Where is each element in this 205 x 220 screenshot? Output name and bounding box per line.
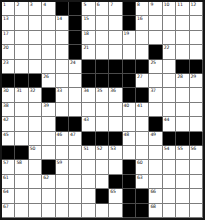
cell-r9c15[interactable] [190, 117, 203, 131]
clue-number-23: 23 [3, 60, 8, 65]
clue-number-61: 61 [3, 175, 8, 180]
cell-r2c13[interactable] [163, 16, 176, 30]
clue-number-62: 62 [43, 175, 48, 180]
cell-r12c15[interactable] [190, 160, 203, 174]
clue-number-65: 65 [110, 189, 115, 194]
cell-r15c6[interactable] [69, 204, 82, 218]
clue-number-52: 52 [97, 146, 102, 151]
cell-r8c4[interactable]: 39 [42, 103, 55, 117]
clue-number-58: 58 [16, 160, 21, 165]
cell-r11c14[interactable]: 55 [176, 146, 189, 160]
clue-number-10: 10 [164, 2, 169, 7]
clue-number-34: 34 [83, 88, 88, 93]
cell-r14c12[interactable]: 66 [149, 189, 162, 203]
black-square-r11c2 [15, 146, 28, 160]
cell-r14c14[interactable] [176, 189, 189, 203]
cell-r9c14[interactable] [176, 117, 189, 131]
cell-r8c13[interactable] [163, 103, 176, 117]
cell-r7c5[interactable]: 33 [56, 88, 69, 102]
cell-r1c9[interactable]: 7 [109, 2, 122, 16]
cell-r14c1[interactable]: 64 [2, 189, 15, 203]
cell-r13c15[interactable] [190, 175, 203, 189]
clue-number-11: 11 [177, 2, 182, 7]
black-square-r4c6 [69, 45, 82, 59]
cell-r6c12[interactable] [149, 74, 162, 88]
cell-r1c3[interactable]: 3 [29, 2, 42, 16]
clue-number-12: 12 [191, 2, 196, 7]
cell-r6c11[interactable]: 27 [136, 74, 149, 88]
cell-r13c13[interactable] [163, 175, 176, 189]
cell-r4c14[interactable] [176, 45, 189, 59]
black-square-r12c10 [123, 160, 136, 174]
black-square-r5c14 [176, 60, 189, 74]
cell-r13c11[interactable]: 63 [136, 175, 149, 189]
cell-r14c15[interactable] [190, 189, 203, 203]
crossword-puzzle: 1234567891011121314151617181920212223242… [0, 0, 205, 220]
cell-r11c7[interactable]: 51 [82, 146, 95, 160]
cell-r1c8[interactable]: 6 [96, 2, 109, 16]
clue-number-7: 7 [110, 2, 113, 7]
cell-r13c2[interactable] [15, 175, 28, 189]
clue-number-25: 25 [150, 60, 155, 65]
black-square-r6c9 [109, 74, 122, 88]
cell-r13c6[interactable] [69, 175, 82, 189]
cell-r10c12[interactable]: 49 [149, 132, 162, 146]
cell-r7c2[interactable]: 31 [15, 88, 28, 102]
black-square-r2c6 [69, 16, 82, 30]
cell-r1c7[interactable]: 5 [82, 2, 95, 16]
clue-number-26: 26 [43, 74, 48, 79]
cell-r3c7[interactable]: 18 [82, 31, 95, 45]
cell-r13c4[interactable]: 62 [42, 175, 55, 189]
cell-r1c4[interactable]: 4 [42, 2, 55, 16]
cell-r8c6[interactable] [69, 103, 82, 117]
black-square-r5c8 [96, 60, 109, 74]
cell-r3c13[interactable] [163, 31, 176, 45]
cell-r4c2[interactable] [15, 45, 28, 59]
clue-number-15: 15 [83, 16, 88, 21]
cell-r4c4[interactable] [42, 45, 55, 59]
cell-r6c14[interactable]: 28 [176, 74, 189, 88]
clue-number-31: 31 [16, 88, 21, 93]
clue-number-29: 29 [191, 74, 196, 79]
black-square-r5c10 [123, 60, 136, 74]
black-square-r13c10 [123, 175, 136, 189]
black-square-r6c1 [2, 74, 15, 88]
cell-r3c15[interactable] [190, 31, 203, 45]
cell-r2c8[interactable] [96, 16, 109, 30]
black-square-r10c15 [190, 132, 203, 146]
cell-r11c4[interactable] [42, 146, 55, 160]
clue-number-1: 1 [3, 2, 6, 7]
clue-number-68: 68 [150, 204, 155, 209]
black-square-r9c6 [69, 117, 82, 131]
cell-r11c3[interactable]: 50 [29, 146, 42, 160]
black-square-r15c11 [136, 204, 149, 218]
cell-r15c15[interactable] [190, 204, 203, 218]
clue-number-22: 22 [164, 45, 169, 50]
cell-r8c12[interactable] [149, 103, 162, 117]
cell-r8c5[interactable] [56, 103, 69, 117]
black-square-r2c10 [123, 16, 136, 30]
clue-number-8: 8 [137, 2, 140, 7]
cell-r9c11[interactable] [136, 117, 149, 131]
clue-number-41: 41 [137, 103, 142, 108]
cell-r8c15[interactable] [190, 103, 203, 117]
cell-r11c6[interactable] [69, 146, 82, 160]
cell-r15c4[interactable] [42, 204, 55, 218]
cell-r8c7[interactable] [82, 103, 95, 117]
cell-r2c3[interactable] [29, 16, 42, 30]
clue-number-13: 13 [3, 16, 8, 21]
cell-r15c12[interactable]: 68 [149, 204, 162, 218]
clue-number-5: 5 [83, 2, 86, 7]
cell-r5c6[interactable]: 24 [69, 60, 82, 74]
cell-r5c12[interactable]: 25 [149, 60, 162, 74]
black-square-r13c9 [109, 175, 122, 189]
cell-r6c5[interactable] [56, 74, 69, 88]
cell-r15c5[interactable] [56, 204, 69, 218]
cell-r3c4[interactable] [42, 31, 55, 45]
clue-number-59: 59 [57, 160, 62, 165]
cell-r5c1[interactable]: 23 [2, 60, 15, 74]
black-square-r12c4 [42, 160, 55, 174]
clue-number-54: 54 [164, 146, 169, 151]
cell-r12c6[interactable] [69, 160, 82, 174]
cell-r2c11[interactable]: 16 [136, 16, 149, 30]
cell-r11c5[interactable] [56, 146, 69, 160]
cell-r9c13[interactable]: 44 [163, 117, 176, 131]
cell-r15c2[interactable] [15, 204, 28, 218]
cell-r12c8[interactable] [96, 160, 109, 174]
cell-r15c3[interactable] [29, 204, 42, 218]
cell-r10c5[interactable]: 46 [56, 132, 69, 146]
cell-r14c6[interactable] [69, 189, 82, 203]
cell-r10c4[interactable] [42, 132, 55, 146]
cell-r1c13[interactable]: 10 [163, 2, 176, 16]
cell-r11c9[interactable]: 53 [109, 146, 122, 160]
cell-r13c8[interactable] [96, 175, 109, 189]
cell-r14c3[interactable] [29, 189, 42, 203]
cell-r3c12[interactable] [149, 31, 162, 45]
cell-r3c14[interactable] [176, 31, 189, 45]
clue-number-38: 38 [3, 103, 8, 108]
clue-number-9: 9 [150, 2, 153, 7]
clue-number-19: 19 [124, 31, 129, 36]
cell-r4c3[interactable] [29, 45, 42, 59]
clue-number-37: 37 [150, 88, 155, 93]
black-square-r1c10 [123, 2, 136, 16]
black-square-r5c15 [190, 60, 203, 74]
cell-r11c10[interactable] [123, 146, 136, 160]
clue-number-35: 35 [97, 88, 102, 93]
cell-r14c7[interactable] [82, 189, 95, 203]
black-square-r7c10 [123, 88, 136, 102]
clue-number-63: 63 [137, 175, 142, 180]
black-square-r9c12 [149, 117, 162, 131]
cell-r9c3[interactable] [29, 117, 42, 131]
cell-r12c2[interactable]: 58 [15, 160, 28, 174]
cell-r2c9[interactable] [109, 16, 122, 30]
clue-number-67: 67 [3, 204, 8, 209]
cell-r15c1[interactable]: 67 [2, 204, 15, 218]
clue-number-36: 36 [110, 88, 115, 93]
cell-r1c15[interactable]: 12 [190, 2, 203, 16]
cell-r8c14[interactable] [176, 103, 189, 117]
cell-r6c15[interactable]: 29 [190, 74, 203, 88]
cell-r13c14[interactable] [176, 175, 189, 189]
cell-r6c6[interactable] [69, 74, 82, 88]
black-square-r6c8 [96, 74, 109, 88]
cell-r2c4[interactable] [42, 16, 55, 30]
cell-r2c2[interactable] [15, 16, 28, 30]
cell-r6c4[interactable]: 26 [42, 74, 55, 88]
clue-number-32: 32 [30, 88, 35, 93]
black-square-r11c1 [2, 146, 15, 160]
cell-r10c2[interactable] [15, 132, 28, 146]
clue-number-33: 33 [57, 88, 62, 93]
cell-r3c11[interactable] [136, 31, 149, 45]
cell-r1c14[interactable]: 11 [176, 2, 189, 16]
cell-r7c3[interactable]: 32 [29, 88, 42, 102]
cell-r10c1[interactable]: 45 [2, 132, 15, 146]
cell-r15c7[interactable] [82, 204, 95, 218]
clue-number-21: 21 [83, 45, 88, 50]
cell-r4c13[interactable]: 22 [163, 45, 176, 59]
cell-r15c14[interactable] [176, 204, 189, 218]
cell-r9c9[interactable] [109, 117, 122, 131]
clue-number-30: 30 [3, 88, 8, 93]
cell-r11c15[interactable]: 56 [190, 146, 203, 160]
cell-r2c15[interactable] [190, 16, 203, 30]
clue-number-18: 18 [83, 31, 88, 36]
cell-r4c7[interactable]: 21 [82, 45, 95, 59]
clue-number-3: 3 [30, 2, 33, 7]
black-square-r14c10 [123, 189, 136, 203]
cell-r7c1[interactable]: 30 [2, 88, 15, 102]
clue-number-4: 4 [43, 2, 46, 7]
black-square-r6c3 [29, 74, 42, 88]
clue-number-42: 42 [3, 117, 8, 122]
cell-r9c2[interactable] [15, 117, 28, 131]
cell-r5c3[interactable] [29, 60, 42, 74]
clue-number-55: 55 [177, 146, 182, 151]
clue-number-27: 27 [137, 74, 142, 79]
cell-r4c8[interactable] [96, 45, 109, 59]
cell-r7c15[interactable] [190, 88, 203, 102]
black-square-r14c8 [96, 189, 109, 203]
cell-r8c2[interactable] [15, 103, 28, 117]
clue-number-60: 60 [137, 160, 142, 165]
black-square-r10c14 [176, 132, 189, 146]
cell-r15c8[interactable] [96, 204, 109, 218]
clue-number-64: 64 [3, 189, 8, 194]
clue-number-45: 45 [3, 132, 8, 137]
clue-number-53: 53 [110, 146, 115, 151]
clue-number-24: 24 [70, 60, 75, 65]
clue-number-39: 39 [43, 103, 48, 108]
clue-number-2: 2 [16, 2, 19, 7]
cell-r3c8[interactable] [96, 31, 109, 45]
cell-r4c5[interactable] [56, 45, 69, 59]
black-square-r10c8 [96, 132, 109, 146]
cell-r3c2[interactable] [15, 31, 28, 45]
cell-r8c3[interactable] [29, 103, 42, 117]
black-square-r7c4 [42, 88, 55, 102]
cell-r14c13[interactable] [163, 189, 176, 203]
clue-number-44: 44 [164, 117, 169, 122]
black-square-r10c7 [82, 132, 95, 146]
clue-number-43: 43 [83, 117, 88, 122]
cell-r1c11[interactable]: 8 [136, 2, 149, 16]
cell-r12c11[interactable]: 60 [136, 160, 149, 174]
clue-number-47: 47 [70, 132, 75, 137]
cell-r4c9[interactable] [109, 45, 122, 59]
black-square-r10c13 [163, 132, 176, 146]
clue-number-17: 17 [3, 31, 8, 36]
cell-r4c1[interactable]: 20 [2, 45, 15, 59]
clue-number-28: 28 [177, 74, 182, 79]
cell-r13c3[interactable] [29, 175, 42, 189]
cell-r12c14[interactable] [176, 160, 189, 174]
black-square-r9c5 [56, 117, 69, 131]
cell-r3c5[interactable] [56, 31, 69, 45]
cell-r10c6[interactable]: 47 [69, 132, 82, 146]
cell-r3c3[interactable] [29, 31, 42, 45]
cell-r11c11[interactable] [136, 146, 149, 160]
clue-number-14: 14 [57, 16, 62, 21]
black-square-r5c9 [109, 60, 122, 74]
cell-r1c12[interactable]: 9 [149, 2, 162, 16]
cell-r12c7[interactable] [82, 160, 95, 174]
cell-r7c7[interactable]: 34 [82, 88, 95, 102]
cell-r7c13[interactable] [163, 88, 176, 102]
cell-r10c3[interactable] [29, 132, 42, 146]
cell-r5c5[interactable] [56, 60, 69, 74]
cell-r5c13[interactable] [163, 60, 176, 74]
cell-r13c1[interactable]: 61 [2, 175, 15, 189]
cell-r2c12[interactable] [149, 16, 162, 30]
cell-r10c11[interactable] [136, 132, 149, 146]
black-square-r1c5 [56, 2, 69, 16]
cell-r12c9[interactable] [109, 160, 122, 174]
cell-r8c1[interactable]: 38 [2, 103, 15, 117]
clue-number-57: 57 [3, 160, 8, 165]
cell-r12c3[interactable] [29, 160, 42, 174]
black-square-r6c10 [123, 74, 136, 88]
cell-r14c4[interactable] [42, 189, 55, 203]
cell-r7c8[interactable]: 35 [96, 88, 109, 102]
clue-number-56: 56 [191, 146, 196, 151]
cell-r15c13[interactable] [163, 204, 176, 218]
cell-r14c9[interactable]: 65 [109, 189, 122, 203]
cell-r3c9[interactable] [109, 31, 122, 45]
cell-r8c11[interactable]: 41 [136, 103, 149, 117]
black-square-r6c7 [82, 74, 95, 88]
clue-number-51: 51 [83, 146, 88, 151]
cell-r7c14[interactable] [176, 88, 189, 102]
black-square-r7c11 [136, 88, 149, 102]
cell-r2c7[interactable]: 15 [82, 16, 95, 30]
cell-r4c11[interactable] [136, 45, 149, 59]
clue-number-49: 49 [150, 132, 155, 137]
clue-number-16: 16 [137, 16, 142, 21]
cell-r1c1[interactable]: 1 [2, 2, 15, 16]
black-square-r6c2 [15, 74, 28, 88]
black-square-r4c12 [149, 45, 162, 59]
cell-r12c12[interactable] [149, 160, 162, 174]
cell-r12c1[interactable]: 57 [2, 160, 15, 174]
clue-number-20: 20 [3, 45, 8, 50]
cell-r9c8[interactable] [96, 117, 109, 131]
cell-r2c14[interactable] [176, 16, 189, 30]
cell-r14c5[interactable] [56, 189, 69, 203]
black-square-r1c6 [69, 2, 82, 16]
cell-r2c5[interactable]: 14 [56, 16, 69, 30]
cell-r3c10[interactable]: 19 [123, 31, 136, 45]
cell-r1c2[interactable]: 2 [15, 2, 28, 16]
cell-r6c13[interactable] [163, 74, 176, 88]
cell-r2c1[interactable]: 13 [2, 16, 15, 30]
cell-r15c9[interactable] [109, 204, 122, 218]
cell-r7c6[interactable] [69, 88, 82, 102]
crossword-grid: 1234567891011121314151617181920212223242… [0, 0, 205, 220]
cell-r11c8[interactable]: 52 [96, 146, 109, 160]
cell-r9c1[interactable]: 42 [2, 117, 15, 131]
cell-r13c12[interactable] [149, 175, 162, 189]
cell-r5c4[interactable] [42, 60, 55, 74]
cell-r9c10[interactable] [123, 117, 136, 131]
cell-r8c8[interactable] [96, 103, 109, 117]
clue-number-48: 48 [124, 132, 129, 137]
cell-r8c10[interactable]: 40 [123, 103, 136, 117]
cell-r8c9[interactable] [109, 103, 122, 117]
cell-r12c13[interactable] [163, 160, 176, 174]
cell-r4c10[interactable] [123, 45, 136, 59]
cell-r13c7[interactable] [82, 175, 95, 189]
black-square-r14c11 [136, 189, 149, 203]
cell-r9c7[interactable]: 43 [82, 117, 95, 131]
clue-number-50: 50 [30, 146, 35, 151]
cell-r10c10[interactable]: 48 [123, 132, 136, 146]
cell-r14c2[interactable] [15, 189, 28, 203]
cell-r5c2[interactable] [15, 60, 28, 74]
cell-r12c5[interactable]: 59 [56, 160, 69, 174]
cell-r11c12[interactable] [149, 146, 162, 160]
black-square-r15c10 [123, 204, 136, 218]
cell-r4c15[interactable] [190, 45, 203, 59]
cell-r11c13[interactable]: 54 [163, 146, 176, 160]
cell-r13c5[interactable] [56, 175, 69, 189]
clue-number-66: 66 [150, 189, 155, 194]
cell-r3c1[interactable]: 17 [2, 31, 15, 45]
black-square-r3c6 [69, 31, 82, 45]
black-square-r5c7 [82, 60, 95, 74]
cell-r7c12[interactable]: 37 [149, 88, 162, 102]
clue-number-46: 46 [57, 132, 62, 137]
clue-number-40: 40 [124, 103, 129, 108]
black-square-r10c9 [109, 132, 122, 146]
cell-r7c9[interactable]: 36 [109, 88, 122, 102]
cell-r9c4[interactable] [42, 117, 55, 131]
black-square-r5c11 [136, 60, 149, 74]
clue-number-6: 6 [97, 2, 100, 7]
